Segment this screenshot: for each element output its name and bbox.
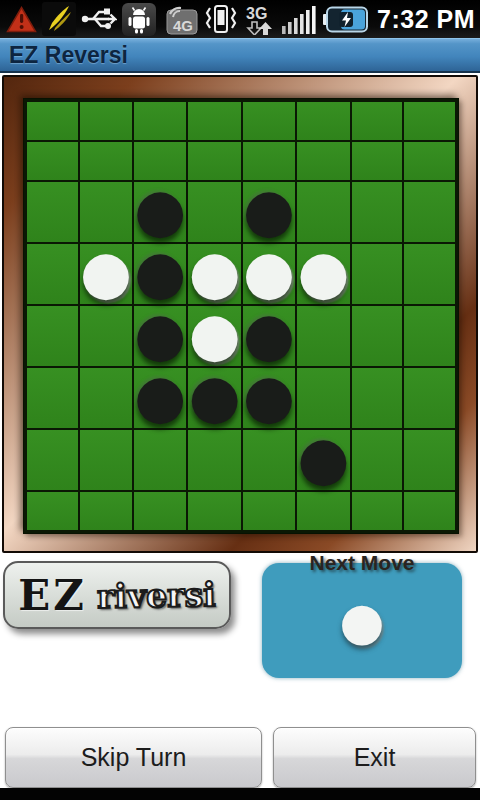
board-cell-r3c3[interactable]: ● [134,182,186,242]
board-cell-r3c4[interactable] [188,182,240,242]
board-cell-r2c8[interactable] [404,142,455,180]
board-cell-r7c7[interactable] [352,430,403,490]
black-disc: ● [188,366,240,426]
exit-button[interactable]: Exit [273,727,476,788]
4g-data-icon: 4G [164,4,199,35]
board-cell-r5c1[interactable] [27,306,78,366]
white-disc: ● [297,242,349,302]
board-cell-r7c1[interactable] [27,430,78,490]
logo-riversi-text: riversi [97,574,216,615]
board-cell-r2c1[interactable] [27,142,78,180]
board-cell-r8c1[interactable] [27,492,78,530]
board-cell-r4c1[interactable] [27,244,78,304]
board-cell-r8c3[interactable] [134,492,186,530]
signal-strength-icon [282,5,317,34]
board-cell-r4c2[interactable]: ● [80,244,132,304]
black-disc: ● [134,366,186,426]
board-cell-r6c2[interactable] [80,368,132,428]
board-cell-r5c6[interactable] [297,306,349,366]
board-cell-r8c7[interactable] [352,492,403,530]
board-cell-r1c7[interactable] [352,102,403,140]
board-cell-r8c8[interactable] [404,492,455,530]
board-cell-r8c4[interactable] [188,492,240,530]
board-cell-r6c3[interactable]: ● [134,368,186,428]
svg-text:4G: 4G [173,17,193,34]
board-cell-r4c6[interactable]: ● [297,244,349,304]
board-cell-r7c8[interactable] [404,430,455,490]
board-cell-r3c2[interactable] [80,182,132,242]
board-cell-r2c7[interactable] [352,142,403,180]
usb-icon [81,6,117,32]
board-cell-r7c5[interactable] [243,430,295,490]
board-cell-r6c5[interactable]: ● [243,368,295,428]
board-cell-r8c6[interactable] [297,492,349,530]
board-cell-r8c2[interactable] [80,492,132,530]
board-cell-r4c5[interactable]: ● [243,244,295,304]
board-cell-r7c6[interactable]: ● [297,430,349,490]
board-cell-r8c5[interactable] [243,492,295,530]
board-cell-r1c3[interactable] [134,102,186,140]
board-cell-r1c6[interactable] [297,102,349,140]
battery-charging-icon [322,6,369,33]
board-cell-r7c2[interactable] [80,430,132,490]
board-cell-r1c1[interactable] [27,102,78,140]
board-cell-r1c5[interactable] [243,102,295,140]
svg-text:3G: 3G [246,5,267,22]
black-disc: ● [134,242,186,302]
app-title: EZ Reversi [0,42,128,69]
board-cell-r2c4[interactable] [188,142,240,180]
white-disc: ● [80,242,132,302]
board-cell-r2c6[interactable] [297,142,349,180]
reversi-board: ●●●●●●●●●●●●●● [23,98,459,534]
board-cell-r5c8[interactable] [404,306,455,366]
black-disc: ● [134,180,186,240]
black-disc: ● [243,304,295,364]
next-move-white-disc: ● [339,595,384,647]
bottom-system-bar [0,788,480,800]
black-disc: ● [243,366,295,426]
android-debug-icon [122,3,156,36]
skip-turn-button[interactable]: Skip Turn [5,727,262,788]
logo-badge: EZ riversi [3,561,231,629]
board-cell-r1c8[interactable] [404,102,455,140]
black-disc: ● [297,428,349,488]
board-cell-r5c7[interactable] [352,306,403,366]
app-screen: 4G 3G [0,0,480,800]
warning-icon [6,6,37,33]
board-cell-r7c4[interactable] [188,430,240,490]
board-cell-r4c3[interactable]: ● [134,244,186,304]
sprint-logo-icon [42,2,76,36]
title-bar: EZ Reversi [0,38,480,73]
board-cell-r1c4[interactable] [188,102,240,140]
board-cell-r6c1[interactable] [27,368,78,428]
board-cell-r5c5[interactable]: ● [243,306,295,366]
board-cell-r7c3[interactable] [134,430,186,490]
next-move-label: Next Move [262,551,462,575]
black-disc: ● [243,180,295,240]
white-disc: ● [243,242,295,302]
board-cell-r3c5[interactable]: ● [243,182,295,242]
board-frame: ●●●●●●●●●●●●●● [2,75,478,553]
3g-data-icon: 3G [243,4,277,35]
board-cell-r3c8[interactable] [404,182,455,242]
board-cell-r6c7[interactable] [352,368,403,428]
clock: 7:32 PM [374,5,475,34]
black-disc: ● [134,304,186,364]
vibrate-icon [204,4,238,34]
board-cell-r2c2[interactable] [80,142,132,180]
board-cell-r4c7[interactable] [352,244,403,304]
board-cell-r6c4[interactable]: ● [188,368,240,428]
board-cell-r4c8[interactable] [404,244,455,304]
status-bar: 4G 3G [0,0,480,38]
board-cell-r6c8[interactable] [404,368,455,428]
board-cell-r3c7[interactable] [352,182,403,242]
board-cell-r3c1[interactable] [27,182,78,242]
logo-ez-text: EZ [18,571,87,620]
board-cell-r5c4[interactable]: ● [188,306,240,366]
next-move-panel: ● [262,563,462,678]
board-cell-r1c2[interactable] [80,102,132,140]
board-cell-r5c3[interactable]: ● [134,306,186,366]
board-cell-r3c6[interactable] [297,182,349,242]
board-cell-r5c2[interactable] [80,306,132,366]
white-disc: ● [188,242,240,302]
white-disc: ● [188,304,240,364]
board-cell-r6c6[interactable] [297,368,349,428]
board-cell-r4c4[interactable]: ● [188,244,240,304]
